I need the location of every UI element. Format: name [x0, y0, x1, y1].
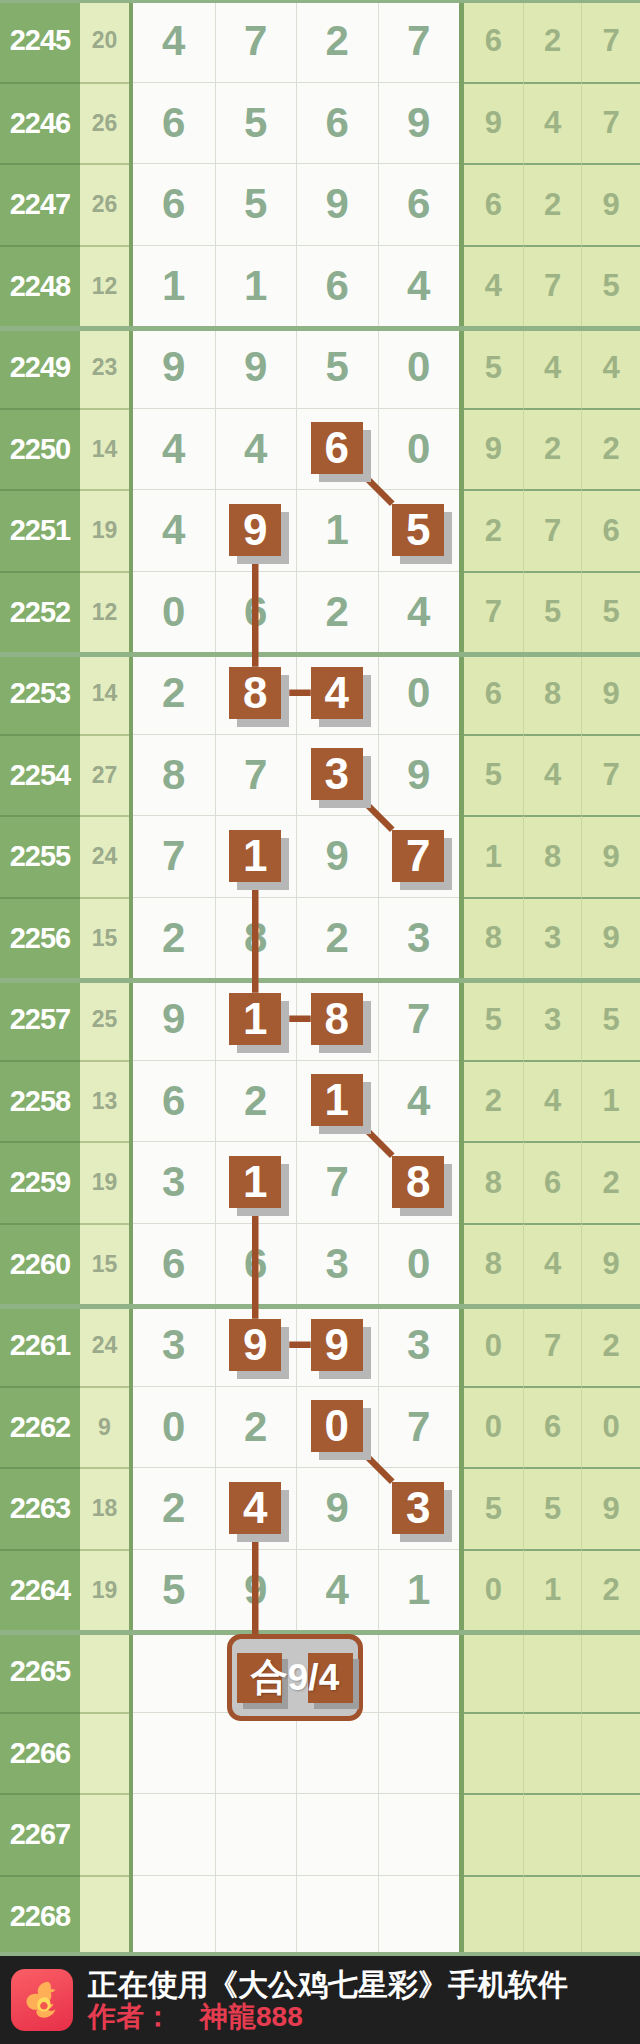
table-row: 2246266569947: [0, 82, 640, 164]
tail-cell: 2: [581, 1141, 640, 1223]
tail-cell: [464, 1630, 523, 1712]
tail-cell: 7: [581, 82, 640, 164]
issue-cell: 2261: [0, 1304, 80, 1386]
tail-cell: [523, 1712, 582, 1794]
tail-cell: 9: [581, 897, 640, 979]
tail-cell: 4: [464, 245, 523, 327]
table-row: 22552479189: [0, 815, 640, 897]
tail-cell: 0: [464, 1549, 523, 1631]
sum-badge-text: 合9/4: [232, 1639, 358, 1716]
draw-cell: 1: [133, 245, 215, 327]
sum-cell: 18: [80, 1467, 129, 1549]
draw-cell: 2: [133, 1467, 215, 1549]
tail-cell: 9: [581, 1467, 640, 1549]
footer-using-text: 正在使用《大公鸡七星彩》手机软件: [88, 1968, 568, 2001]
rooster-icon-glyph: [19, 1977, 65, 2023]
draw-cell: 6: [378, 163, 460, 245]
draw-cell: 2: [133, 897, 215, 979]
table-row: 2266: [0, 1712, 640, 1794]
tail-cell: 7: [523, 245, 582, 327]
highlighted-draw-cell: 3: [392, 1482, 444, 1534]
tail-cell: 9: [464, 408, 523, 490]
tail-cell: 6: [581, 489, 640, 571]
draw-cell: 6: [215, 1223, 297, 1305]
draw-cell: 7: [378, 1386, 460, 1468]
table-row: 22511941276: [0, 489, 640, 571]
tail-cell: 5: [464, 978, 523, 1060]
tail-cell: 8: [523, 652, 582, 734]
sum-cell: [80, 1630, 129, 1712]
highlighted-draw-cell: 4: [311, 667, 363, 719]
draw-cell: 2: [215, 1060, 297, 1142]
draw-cell: 2: [215, 1386, 297, 1468]
draw-cell: [296, 1793, 378, 1875]
group-separator: [0, 0, 640, 3]
tail-cell: 8: [523, 815, 582, 897]
highlighted-draw-cell: 0: [311, 1400, 363, 1452]
draw-cell: 9: [215, 326, 297, 408]
table-row: 2248121164475: [0, 245, 640, 327]
tail-cell: 7: [464, 571, 523, 653]
group-separator: [0, 326, 640, 331]
draw-cell: 0: [378, 652, 460, 734]
issue-cell: 2267: [0, 1793, 80, 1875]
draw-cell: 1: [296, 489, 378, 571]
draw-cell: 6: [215, 571, 297, 653]
table-row: 22631829559: [0, 1467, 640, 1549]
draw-cell: 8: [215, 897, 297, 979]
table-row: 2256152823839: [0, 897, 640, 979]
highlighted-draw-cell: 9: [229, 504, 281, 556]
tail-cell: 6: [523, 1386, 582, 1468]
tail-cell: 2: [523, 0, 582, 82]
draw-cell: 0: [378, 408, 460, 490]
issue-cell: 2258: [0, 1060, 80, 1142]
tail-cell: 0: [464, 1386, 523, 1468]
sum-cell: 27: [80, 734, 129, 816]
highlighted-draw-cell: 1: [229, 830, 281, 882]
tail-cell: 3: [523, 897, 582, 979]
draw-cell: [133, 1875, 215, 1957]
draw-cell: 5: [215, 82, 297, 164]
sum-cell: 12: [80, 245, 129, 327]
draw-cell: 7: [296, 1141, 378, 1223]
draw-cell: 7: [378, 0, 460, 82]
tail-cell: 2: [581, 408, 640, 490]
draw-cell: 7: [215, 734, 297, 816]
tail-cell: [464, 1793, 523, 1875]
issue-cell: 2254: [0, 734, 80, 816]
draw-cell: [296, 1875, 378, 1957]
sum-cell: 14: [80, 408, 129, 490]
tail-cell: [581, 1875, 640, 1957]
tail-cell: 9: [581, 652, 640, 734]
draw-cell: 6: [133, 1060, 215, 1142]
sum-cell: [80, 1875, 129, 1957]
sum-cell: 19: [80, 1141, 129, 1223]
issue-cell: 2252: [0, 571, 80, 653]
table-row: 22591937862: [0, 1141, 640, 1223]
draw-cell: 4: [378, 245, 460, 327]
draw-cell: 7: [215, 0, 297, 82]
tail-cell: 7: [523, 1304, 582, 1386]
draw-cell: 2: [296, 571, 378, 653]
issue-cell: 2250: [0, 408, 80, 490]
tail-cell: 8: [464, 1223, 523, 1305]
highlighted-draw-cell: 8: [392, 1156, 444, 1208]
draw-cell: 2: [296, 0, 378, 82]
tail-cell: [523, 1793, 582, 1875]
sum-cell: [80, 1793, 129, 1875]
draw-cell: [133, 1793, 215, 1875]
tail-cell: 5: [464, 326, 523, 408]
tail-cell: 3: [523, 978, 582, 1060]
table-row: 2252120624755: [0, 571, 640, 653]
sum-cell: 9: [80, 1386, 129, 1468]
draw-cell: 9: [296, 163, 378, 245]
tail-cell: 9: [464, 82, 523, 164]
issue-cell: 2245: [0, 0, 80, 82]
draw-cell: [215, 1712, 297, 1794]
group-separator: [0, 652, 640, 657]
draw-cell: 0: [133, 571, 215, 653]
tail-cell: 8: [464, 1141, 523, 1223]
draw-cell: 4: [378, 1060, 460, 1142]
footer-author-text: 作者： 神龍888: [88, 2001, 568, 2032]
sum-cell: 24: [80, 1304, 129, 1386]
tail-cell: 2: [523, 408, 582, 490]
tail-cell: 4: [523, 734, 582, 816]
footer-bar: 正在使用《大公鸡七星彩》手机软件 作者： 神龍888: [0, 1956, 640, 2044]
draw-cell: 9: [296, 1467, 378, 1549]
draw-cell: 5: [296, 326, 378, 408]
draw-cell: 3: [378, 897, 460, 979]
tail-cell: 5: [581, 571, 640, 653]
issue-cell: 2248: [0, 245, 80, 327]
highlighted-draw-cell: 1: [229, 1156, 281, 1208]
sum-cell: 26: [80, 82, 129, 164]
sum-cell: 26: [80, 163, 129, 245]
issue-cell: 2265: [0, 1630, 80, 1712]
draw-cell: 9: [296, 815, 378, 897]
draw-cell: 0: [378, 326, 460, 408]
tail-cell: 5: [581, 245, 640, 327]
tail-cell: 6: [523, 1141, 582, 1223]
issue-cell: 2266: [0, 1712, 80, 1794]
issue-cell: 2255: [0, 815, 80, 897]
draw-cell: 9: [215, 1549, 297, 1631]
draw-cell: 6: [133, 163, 215, 245]
sum-cell: 23: [80, 326, 129, 408]
group-separator: [0, 978, 640, 983]
group-separator: [0, 1304, 640, 1309]
tail-cell: 1: [464, 815, 523, 897]
draw-cell: [215, 1875, 297, 1957]
draw-cell: 5: [215, 163, 297, 245]
highlighted-draw-cell: 9: [311, 1319, 363, 1371]
issue-cell: 2268: [0, 1875, 80, 1957]
draw-cell: 9: [133, 326, 215, 408]
draw-cell: 4: [215, 408, 297, 490]
draw-cell: 4: [133, 408, 215, 490]
tail-cell: 4: [523, 82, 582, 164]
issue-cell: 2251: [0, 489, 80, 571]
tail-cell: 8: [464, 897, 523, 979]
sum-badge: 合9/4: [227, 1634, 363, 1721]
issue-cell: 2259: [0, 1141, 80, 1223]
footer-text-block: 正在使用《大公鸡七星彩》手机软件 作者： 神龍888: [88, 1968, 568, 2032]
issue-cell: 2256: [0, 897, 80, 979]
draw-cell: 1: [378, 1549, 460, 1631]
draw-cell: 4: [133, 0, 215, 82]
issue-cell: 2253: [0, 652, 80, 734]
draw-cell: 3: [133, 1141, 215, 1223]
highlighted-draw-cell: 3: [311, 748, 363, 800]
draw-cell: 3: [133, 1304, 215, 1386]
sum-cell: 25: [80, 978, 129, 1060]
tail-cell: 5: [464, 1467, 523, 1549]
highlighted-draw-cell: 1: [311, 1074, 363, 1126]
highlighted-draw-cell: 5: [392, 504, 444, 556]
sum-cell: 19: [80, 1549, 129, 1631]
tail-cell: 5: [523, 1467, 582, 1549]
tail-cell: 1: [523, 1549, 582, 1631]
issue-cell: 2247: [0, 163, 80, 245]
tail-cell: 2: [523, 163, 582, 245]
draw-cell: [296, 1712, 378, 1794]
trend-chart-screen: 2245204727627224626656994722472665966292…: [0, 0, 640, 2044]
highlighted-draw-cell: 8: [229, 667, 281, 719]
tail-cell: 5: [523, 571, 582, 653]
draw-cell: 4: [296, 1549, 378, 1631]
draw-cell: [133, 1630, 215, 1712]
tail-cell: 9: [581, 1223, 640, 1305]
tail-cell: 0: [464, 1304, 523, 1386]
issue-cell: 2249: [0, 326, 80, 408]
draw-cell: 0: [133, 1386, 215, 1468]
tail-cell: 6: [464, 0, 523, 82]
draw-cell: 9: [133, 978, 215, 1060]
sum-cell: [80, 1712, 129, 1794]
table-row: 2268: [0, 1875, 640, 1957]
tail-cell: 0: [581, 1386, 640, 1468]
sum-cell: 24: [80, 815, 129, 897]
draw-cell: 7: [133, 815, 215, 897]
tail-cell: 7: [523, 489, 582, 571]
sum-cell: 14: [80, 652, 129, 734]
draw-cell: 6: [296, 245, 378, 327]
tail-cell: 7: [581, 0, 640, 82]
draw-cell: 4: [133, 489, 215, 571]
draw-cell: 4: [378, 571, 460, 653]
tail-cell: 9: [581, 815, 640, 897]
highlighted-draw-cell: 6: [311, 422, 363, 474]
tail-cell: 4: [523, 326, 582, 408]
sum-cell: 19: [80, 489, 129, 571]
highlighted-draw-cell: 7: [392, 830, 444, 882]
sum-cell: 12: [80, 571, 129, 653]
draw-cell: [378, 1630, 460, 1712]
tail-cell: [581, 1793, 640, 1875]
issue-cell: 2264: [0, 1549, 80, 1631]
highlighted-draw-cell: 1: [229, 993, 281, 1045]
tail-cell: [581, 1630, 640, 1712]
tail-cell: [464, 1712, 523, 1794]
tail-cell: 4: [581, 326, 640, 408]
tail-cell: 5: [464, 734, 523, 816]
tail-cell: 4: [523, 1060, 582, 1142]
draw-cell: 6: [133, 1223, 215, 1305]
tail-cell: 4: [523, 1223, 582, 1305]
tail-cell: 1: [581, 1060, 640, 1142]
sum-cell: 15: [80, 897, 129, 979]
issue-cell: 2246: [0, 82, 80, 164]
draw-cell: [378, 1875, 460, 1957]
table-row: 2260156630849: [0, 1223, 640, 1305]
draw-cell: 8: [133, 734, 215, 816]
draw-cell: 9: [378, 734, 460, 816]
table-row: 2264195941012: [0, 1549, 640, 1631]
draw-cell: [378, 1712, 460, 1794]
sum-cell: 20: [80, 0, 129, 82]
draw-cell: 6: [296, 82, 378, 164]
issue-cell: 2263: [0, 1467, 80, 1549]
draw-cell: 2: [133, 652, 215, 734]
rooster-app-icon: [11, 1969, 73, 2031]
highlighted-draw-cell: 9: [229, 1319, 281, 1371]
highlighted-draw-cell: 4: [229, 1482, 281, 1534]
tail-cell: 2: [464, 489, 523, 571]
tail-cell: [523, 1875, 582, 1957]
draw-cell: 6: [133, 82, 215, 164]
draw-cell: 1: [215, 245, 297, 327]
draw-cell: 7: [378, 978, 460, 1060]
tail-cell: 5: [581, 978, 640, 1060]
tail-cell: [464, 1875, 523, 1957]
issue-cell: 2257: [0, 978, 80, 1060]
tail-cell: [581, 1712, 640, 1794]
draw-cell: 2: [296, 897, 378, 979]
draw-cell: [378, 1793, 460, 1875]
draw-cell: [215, 1793, 297, 1875]
tail-cell: 2: [581, 1549, 640, 1631]
draw-cell: 3: [296, 1223, 378, 1305]
draw-cell: 9: [378, 82, 460, 164]
draw-cell: 3: [378, 1304, 460, 1386]
issue-cell: 2262: [0, 1386, 80, 1468]
tail-cell: 6: [464, 652, 523, 734]
tail-cell: 7: [581, 734, 640, 816]
tail-cell: 2: [464, 1060, 523, 1142]
issue-cell: 2260: [0, 1223, 80, 1305]
table-row: 2247266596629: [0, 163, 640, 245]
table-row: 2249239950544: [0, 326, 640, 408]
draw-cell: 5: [133, 1549, 215, 1631]
tail-cell: 6: [464, 163, 523, 245]
draw-cell: 0: [378, 1223, 460, 1305]
tail-cell: 2: [581, 1304, 640, 1386]
table-row: 2267: [0, 1793, 640, 1875]
tail-cell: [523, 1630, 582, 1712]
tail-cell: 9: [581, 163, 640, 245]
draw-cell: [133, 1712, 215, 1794]
sum-cell: 13: [80, 1060, 129, 1142]
table-row: 2245204727627: [0, 0, 640, 82]
sum-cell: 15: [80, 1223, 129, 1305]
highlighted-draw-cell: 8: [311, 993, 363, 1045]
